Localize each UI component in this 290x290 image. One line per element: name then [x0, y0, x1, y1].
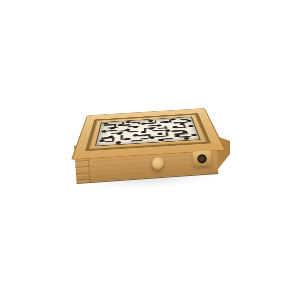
hole-icon [183, 137, 189, 140]
maze-hole [163, 129, 172, 132]
hole-icon [133, 126, 138, 128]
hole-icon [124, 138, 129, 141]
hole-icon [174, 135, 180, 138]
labyrinth-game-photo [0, 0, 290, 290]
hole-icon [141, 131, 146, 134]
hole-icon [99, 139, 105, 142]
maze-hole [186, 125, 195, 128]
board-groove [85, 113, 211, 151]
maze-hole [115, 132, 123, 135]
maze-hole [172, 134, 181, 138]
maze-hole [108, 127, 116, 130]
hole-icon [109, 127, 114, 129]
hole-icon [149, 136, 154, 139]
hole-icon [103, 122, 108, 124]
maze-hole [154, 124, 162, 127]
hole-icon [158, 139, 164, 142]
hole-icon [156, 124, 161, 126]
hole-icon [108, 136, 114, 139]
maze-hole [97, 139, 106, 143]
hole-icon [101, 130, 106, 132]
maze-hole [131, 125, 139, 128]
maze-hole [99, 130, 108, 133]
maze-hole [113, 141, 122, 145]
hole-icon [132, 134, 137, 137]
maze-hole [184, 119, 193, 122]
maze-hole [147, 136, 156, 140]
maze-hole [116, 124, 124, 127]
maze-hole [131, 134, 139, 138]
hole-icon [125, 121, 130, 123]
hole-icon [140, 123, 145, 125]
hole-icon [148, 127, 153, 129]
front-tilt-knob [152, 157, 165, 170]
hole-icon [157, 133, 162, 136]
hole-icon [179, 123, 184, 125]
hole-icon [188, 125, 194, 127]
hole-icon [116, 132, 121, 135]
maze-hole [189, 133, 198, 137]
maze-hole [146, 119, 154, 122]
maze-hole [156, 138, 165, 142]
maze-hole [155, 132, 164, 135]
maze-hole [101, 122, 109, 125]
hole-icon [172, 126, 177, 128]
hole-icon [181, 131, 187, 134]
hole-icon [190, 134, 196, 137]
maze-hole [162, 121, 170, 124]
side-tilt-knob [192, 150, 211, 166]
maze-hole [106, 135, 115, 139]
maze-hole [147, 127, 155, 130]
maze-hole [124, 121, 132, 124]
maze-hole [169, 118, 177, 121]
maze-hole [181, 137, 190, 141]
hole-icon [163, 121, 168, 123]
tilting-platform [89, 114, 207, 149]
maze-hole [139, 122, 147, 125]
maze-hole [170, 126, 179, 129]
hole-icon [115, 141, 121, 144]
side-knob-end-icon [197, 154, 207, 164]
maze-hole [122, 137, 131, 141]
maze-hole [139, 130, 147, 133]
maze-hole [123, 128, 131, 131]
hole-icon [117, 124, 122, 126]
hole-icon [125, 129, 130, 131]
maze-hole [180, 131, 189, 134]
hole-icon [148, 120, 153, 122]
hole-icon [186, 120, 191, 122]
hole-icon [164, 129, 169, 132]
maze-hole [177, 122, 186, 125]
maze-board [95, 117, 201, 147]
maze-grid [96, 117, 199, 146]
hole-icon [170, 118, 175, 120]
